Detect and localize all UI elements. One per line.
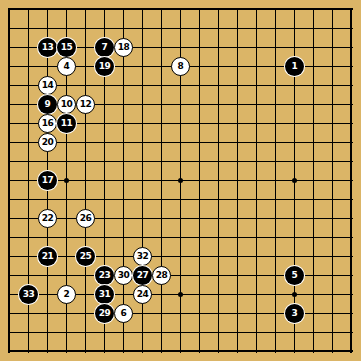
intersection-a12[interactable] [0, 133, 19, 152]
intersection-n16[interactable] [228, 57, 247, 76]
intersection-s9[interactable] [323, 190, 342, 209]
intersection-c16[interactable] [38, 57, 57, 76]
intersection-j8[interactable] [152, 209, 171, 228]
intersection-g7[interactable] [114, 228, 133, 247]
intersection-a5[interactable] [0, 266, 19, 285]
intersection-h14[interactable] [133, 95, 152, 114]
intersection-c3[interactable] [38, 304, 57, 323]
intersection-s17[interactable] [323, 38, 342, 57]
intersection-d8[interactable] [57, 209, 76, 228]
intersection-r15[interactable] [304, 76, 323, 95]
intersection-h6[interactable]: 32 [133, 247, 152, 266]
intersection-k8[interactable] [171, 209, 190, 228]
intersection-e2[interactable] [76, 323, 95, 342]
intersection-b12[interactable] [19, 133, 38, 152]
intersection-m12[interactable] [209, 133, 228, 152]
intersection-e1[interactable] [76, 342, 95, 361]
intersection-r6[interactable] [304, 247, 323, 266]
intersection-s16[interactable] [323, 57, 342, 76]
intersection-d4[interactable]: 2 [57, 285, 76, 304]
intersection-h11[interactable] [133, 152, 152, 171]
intersection-o4[interactable] [247, 285, 266, 304]
intersection-j11[interactable] [152, 152, 171, 171]
intersection-a18[interactable] [0, 19, 19, 38]
intersection-c18[interactable] [38, 19, 57, 38]
intersection-g1[interactable] [114, 342, 133, 361]
intersection-o8[interactable] [247, 209, 266, 228]
intersection-b17[interactable] [19, 38, 38, 57]
intersection-l16[interactable] [190, 57, 209, 76]
intersection-k11[interactable] [171, 152, 190, 171]
intersection-n3[interactable] [228, 304, 247, 323]
intersection-o2[interactable] [247, 323, 266, 342]
intersection-m14[interactable] [209, 95, 228, 114]
intersection-h18[interactable] [133, 19, 152, 38]
intersection-m6[interactable] [209, 247, 228, 266]
intersection-b16[interactable] [19, 57, 38, 76]
intersection-n11[interactable] [228, 152, 247, 171]
intersection-r7[interactable] [304, 228, 323, 247]
intersection-k15[interactable] [171, 76, 190, 95]
intersection-g18[interactable] [114, 19, 133, 38]
intersection-q19[interactable] [285, 0, 304, 19]
intersection-t1[interactable] [342, 342, 361, 361]
intersection-o14[interactable] [247, 95, 266, 114]
intersection-p2[interactable] [266, 323, 285, 342]
intersection-l1[interactable] [190, 342, 209, 361]
intersection-s6[interactable] [323, 247, 342, 266]
intersection-p5[interactable] [266, 266, 285, 285]
intersection-d19[interactable] [57, 0, 76, 19]
intersection-c14[interactable]: 9 [38, 95, 57, 114]
intersection-d13[interactable]: 11 [57, 114, 76, 133]
intersection-c15[interactable]: 14 [38, 76, 57, 95]
intersection-a13[interactable] [0, 114, 19, 133]
intersection-k17[interactable] [171, 38, 190, 57]
intersection-e4[interactable] [76, 285, 95, 304]
intersection-f9[interactable] [95, 190, 114, 209]
intersection-l8[interactable] [190, 209, 209, 228]
intersection-k3[interactable] [171, 304, 190, 323]
intersection-n7[interactable] [228, 228, 247, 247]
intersection-n19[interactable] [228, 0, 247, 19]
intersection-t16[interactable] [342, 57, 361, 76]
intersection-r16[interactable] [304, 57, 323, 76]
intersection-m5[interactable] [209, 266, 228, 285]
intersection-s4[interactable] [323, 285, 342, 304]
intersection-q11[interactable] [285, 152, 304, 171]
intersection-j9[interactable] [152, 190, 171, 209]
intersection-o17[interactable] [247, 38, 266, 57]
intersection-f6[interactable] [95, 247, 114, 266]
intersection-b8[interactable] [19, 209, 38, 228]
intersection-f3[interactable]: 29 [95, 304, 114, 323]
intersection-b15[interactable] [19, 76, 38, 95]
intersection-q3[interactable]: 3 [285, 304, 304, 323]
intersection-g11[interactable] [114, 152, 133, 171]
intersection-j4[interactable] [152, 285, 171, 304]
intersection-a8[interactable] [0, 209, 19, 228]
intersection-g4[interactable] [114, 285, 133, 304]
intersection-a16[interactable] [0, 57, 19, 76]
intersection-j6[interactable] [152, 247, 171, 266]
intersection-o15[interactable] [247, 76, 266, 95]
intersection-q17[interactable] [285, 38, 304, 57]
intersection-p12[interactable] [266, 133, 285, 152]
intersection-t14[interactable] [342, 95, 361, 114]
intersection-r18[interactable] [304, 19, 323, 38]
intersection-q7[interactable] [285, 228, 304, 247]
intersection-a2[interactable] [0, 323, 19, 342]
intersection-c12[interactable]: 20 [38, 133, 57, 152]
intersection-c8[interactable]: 22 [38, 209, 57, 228]
intersection-b14[interactable] [19, 95, 38, 114]
intersection-t12[interactable] [342, 133, 361, 152]
intersection-s5[interactable] [323, 266, 342, 285]
intersection-q4[interactable] [285, 285, 304, 304]
intersection-a6[interactable] [0, 247, 19, 266]
intersection-c4[interactable] [38, 285, 57, 304]
intersection-m2[interactable] [209, 323, 228, 342]
intersection-a15[interactable] [0, 76, 19, 95]
intersection-k9[interactable] [171, 190, 190, 209]
intersection-t15[interactable] [342, 76, 361, 95]
intersection-d9[interactable] [57, 190, 76, 209]
intersection-t5[interactable] [342, 266, 361, 285]
intersection-t9[interactable] [342, 190, 361, 209]
intersection-g3[interactable]: 6 [114, 304, 133, 323]
intersection-t18[interactable] [342, 19, 361, 38]
intersection-t17[interactable] [342, 38, 361, 57]
intersection-s12[interactable] [323, 133, 342, 152]
intersection-j15[interactable] [152, 76, 171, 95]
intersection-f4[interactable]: 31 [95, 285, 114, 304]
intersection-s10[interactable] [323, 171, 342, 190]
intersection-p11[interactable] [266, 152, 285, 171]
intersection-r13[interactable] [304, 114, 323, 133]
intersection-h10[interactable] [133, 171, 152, 190]
intersection-k10[interactable] [171, 171, 190, 190]
intersection-d17[interactable]: 15 [57, 38, 76, 57]
intersection-m19[interactable] [209, 0, 228, 19]
intersection-b19[interactable] [19, 0, 38, 19]
intersection-h12[interactable] [133, 133, 152, 152]
intersection-l4[interactable] [190, 285, 209, 304]
intersection-h5[interactable]: 27 [133, 266, 152, 285]
intersection-p3[interactable] [266, 304, 285, 323]
intersection-l9[interactable] [190, 190, 209, 209]
intersection-c9[interactable] [38, 190, 57, 209]
intersection-a19[interactable] [0, 0, 19, 19]
intersection-e10[interactable] [76, 171, 95, 190]
intersection-e6[interactable]: 25 [76, 247, 95, 266]
intersection-d14[interactable]: 10 [57, 95, 76, 114]
intersection-r10[interactable] [304, 171, 323, 190]
intersection-q5[interactable]: 5 [285, 266, 304, 285]
intersection-b5[interactable] [19, 266, 38, 285]
intersection-n6[interactable] [228, 247, 247, 266]
intersection-f16[interactable]: 19 [95, 57, 114, 76]
intersection-g9[interactable] [114, 190, 133, 209]
intersection-s11[interactable] [323, 152, 342, 171]
intersection-j7[interactable] [152, 228, 171, 247]
intersection-a11[interactable] [0, 152, 19, 171]
intersection-l10[interactable] [190, 171, 209, 190]
intersection-j13[interactable] [152, 114, 171, 133]
intersection-a9[interactable] [0, 190, 19, 209]
intersection-h8[interactable] [133, 209, 152, 228]
intersection-f11[interactable] [95, 152, 114, 171]
intersection-a17[interactable] [0, 38, 19, 57]
intersection-f15[interactable] [95, 76, 114, 95]
intersection-b1[interactable] [19, 342, 38, 361]
intersection-b2[interactable] [19, 323, 38, 342]
intersection-d7[interactable] [57, 228, 76, 247]
intersection-g2[interactable] [114, 323, 133, 342]
intersection-g10[interactable] [114, 171, 133, 190]
intersection-f7[interactable] [95, 228, 114, 247]
intersection-f5[interactable]: 23 [95, 266, 114, 285]
intersection-m8[interactable] [209, 209, 228, 228]
intersection-d1[interactable] [57, 342, 76, 361]
intersection-o11[interactable] [247, 152, 266, 171]
intersection-p10[interactable] [266, 171, 285, 190]
intersection-n15[interactable] [228, 76, 247, 95]
intersection-q8[interactable] [285, 209, 304, 228]
intersection-a3[interactable] [0, 304, 19, 323]
intersection-c5[interactable] [38, 266, 57, 285]
intersection-r12[interactable] [304, 133, 323, 152]
intersection-h13[interactable] [133, 114, 152, 133]
intersection-j19[interactable] [152, 0, 171, 19]
intersection-a14[interactable] [0, 95, 19, 114]
intersection-j2[interactable] [152, 323, 171, 342]
intersection-l6[interactable] [190, 247, 209, 266]
intersection-o7[interactable] [247, 228, 266, 247]
intersection-s18[interactable] [323, 19, 342, 38]
intersection-c19[interactable] [38, 0, 57, 19]
intersection-o3[interactable] [247, 304, 266, 323]
intersection-t4[interactable] [342, 285, 361, 304]
intersection-n17[interactable] [228, 38, 247, 57]
intersection-f19[interactable] [95, 0, 114, 19]
intersection-n10[interactable] [228, 171, 247, 190]
intersection-c6[interactable]: 21 [38, 247, 57, 266]
intersection-f13[interactable] [95, 114, 114, 133]
intersection-h2[interactable] [133, 323, 152, 342]
intersection-d12[interactable] [57, 133, 76, 152]
intersection-l19[interactable] [190, 0, 209, 19]
intersection-t7[interactable] [342, 228, 361, 247]
intersection-g6[interactable] [114, 247, 133, 266]
intersection-e16[interactable] [76, 57, 95, 76]
intersection-e13[interactable] [76, 114, 95, 133]
intersection-l2[interactable] [190, 323, 209, 342]
intersection-h4[interactable]: 24 [133, 285, 152, 304]
intersection-k18[interactable] [171, 19, 190, 38]
intersection-e19[interactable] [76, 0, 95, 19]
intersection-k14[interactable] [171, 95, 190, 114]
intersection-t11[interactable] [342, 152, 361, 171]
intersection-e14[interactable]: 12 [76, 95, 95, 114]
intersection-p9[interactable] [266, 190, 285, 209]
intersection-g8[interactable] [114, 209, 133, 228]
intersection-b9[interactable] [19, 190, 38, 209]
intersection-p19[interactable] [266, 0, 285, 19]
intersection-g5[interactable]: 30 [114, 266, 133, 285]
intersection-f1[interactable] [95, 342, 114, 361]
intersection-l5[interactable] [190, 266, 209, 285]
intersection-p8[interactable] [266, 209, 285, 228]
intersection-k12[interactable] [171, 133, 190, 152]
intersection-k1[interactable] [171, 342, 190, 361]
intersection-j5[interactable]: 28 [152, 266, 171, 285]
intersection-r5[interactable] [304, 266, 323, 285]
intersection-p15[interactable] [266, 76, 285, 95]
intersection-p18[interactable] [266, 19, 285, 38]
intersection-j10[interactable] [152, 171, 171, 190]
intersection-p7[interactable] [266, 228, 285, 247]
intersection-t8[interactable] [342, 209, 361, 228]
intersection-m7[interactable] [209, 228, 228, 247]
intersection-p13[interactable] [266, 114, 285, 133]
intersection-e11[interactable] [76, 152, 95, 171]
intersection-k16[interactable]: 8 [171, 57, 190, 76]
intersection-o1[interactable] [247, 342, 266, 361]
intersection-p6[interactable] [266, 247, 285, 266]
intersection-s13[interactable] [323, 114, 342, 133]
intersection-r2[interactable] [304, 323, 323, 342]
intersection-n1[interactable] [228, 342, 247, 361]
intersection-d11[interactable] [57, 152, 76, 171]
intersection-l3[interactable] [190, 304, 209, 323]
intersection-d2[interactable] [57, 323, 76, 342]
intersection-b18[interactable] [19, 19, 38, 38]
intersection-c7[interactable] [38, 228, 57, 247]
intersection-n13[interactable] [228, 114, 247, 133]
intersection-s19[interactable] [323, 0, 342, 19]
intersection-m17[interactable] [209, 38, 228, 57]
intersection-q6[interactable] [285, 247, 304, 266]
intersection-j1[interactable] [152, 342, 171, 361]
intersection-f17[interactable]: 7 [95, 38, 114, 57]
intersection-h19[interactable] [133, 0, 152, 19]
intersection-k2[interactable] [171, 323, 190, 342]
intersection-g13[interactable] [114, 114, 133, 133]
intersection-h17[interactable] [133, 38, 152, 57]
intersection-n18[interactable] [228, 19, 247, 38]
intersection-r3[interactable] [304, 304, 323, 323]
intersection-g12[interactable] [114, 133, 133, 152]
intersection-h1[interactable] [133, 342, 152, 361]
intersection-k7[interactable] [171, 228, 190, 247]
intersection-s2[interactable] [323, 323, 342, 342]
intersection-n14[interactable] [228, 95, 247, 114]
intersection-j16[interactable] [152, 57, 171, 76]
intersection-p1[interactable] [266, 342, 285, 361]
intersection-l12[interactable] [190, 133, 209, 152]
intersection-c1[interactable] [38, 342, 57, 361]
intersection-b6[interactable] [19, 247, 38, 266]
intersection-o13[interactable] [247, 114, 266, 133]
intersection-e18[interactable] [76, 19, 95, 38]
intersection-r14[interactable] [304, 95, 323, 114]
intersection-h3[interactable] [133, 304, 152, 323]
intersection-l11[interactable] [190, 152, 209, 171]
intersection-b3[interactable] [19, 304, 38, 323]
intersection-q12[interactable] [285, 133, 304, 152]
intersection-m9[interactable] [209, 190, 228, 209]
intersection-e12[interactable] [76, 133, 95, 152]
intersection-c13[interactable]: 16 [38, 114, 57, 133]
intersection-o12[interactable] [247, 133, 266, 152]
intersection-q16[interactable]: 1 [285, 57, 304, 76]
intersection-s3[interactable] [323, 304, 342, 323]
intersection-n5[interactable] [228, 266, 247, 285]
intersection-l14[interactable] [190, 95, 209, 114]
intersection-b11[interactable] [19, 152, 38, 171]
intersection-r9[interactable] [304, 190, 323, 209]
intersection-f2[interactable] [95, 323, 114, 342]
intersection-h7[interactable] [133, 228, 152, 247]
intersection-p14[interactable] [266, 95, 285, 114]
intersection-q10[interactable] [285, 171, 304, 190]
intersection-g14[interactable] [114, 95, 133, 114]
intersection-t19[interactable] [342, 0, 361, 19]
intersection-n4[interactable] [228, 285, 247, 304]
intersection-s14[interactable] [323, 95, 342, 114]
intersection-m1[interactable] [209, 342, 228, 361]
intersection-s8[interactable] [323, 209, 342, 228]
intersection-q1[interactable] [285, 342, 304, 361]
intersection-r1[interactable] [304, 342, 323, 361]
intersection-q15[interactable] [285, 76, 304, 95]
intersection-e17[interactable] [76, 38, 95, 57]
intersection-p4[interactable] [266, 285, 285, 304]
intersection-m10[interactable] [209, 171, 228, 190]
intersection-e15[interactable] [76, 76, 95, 95]
intersection-b13[interactable] [19, 114, 38, 133]
intersection-o9[interactable] [247, 190, 266, 209]
intersection-t3[interactable] [342, 304, 361, 323]
intersection-o19[interactable] [247, 0, 266, 19]
intersection-a10[interactable] [0, 171, 19, 190]
intersection-k5[interactable] [171, 266, 190, 285]
intersection-r11[interactable] [304, 152, 323, 171]
intersection-f18[interactable] [95, 19, 114, 38]
intersection-m15[interactable] [209, 76, 228, 95]
intersection-q13[interactable] [285, 114, 304, 133]
intersection-l18[interactable] [190, 19, 209, 38]
intersection-m3[interactable] [209, 304, 228, 323]
intersection-n8[interactable] [228, 209, 247, 228]
intersection-j18[interactable] [152, 19, 171, 38]
intersection-c10[interactable]: 17 [38, 171, 57, 190]
intersection-e9[interactable] [76, 190, 95, 209]
intersection-l15[interactable] [190, 76, 209, 95]
intersection-e7[interactable] [76, 228, 95, 247]
intersection-f10[interactable] [95, 171, 114, 190]
intersection-o5[interactable] [247, 266, 266, 285]
intersection-m16[interactable] [209, 57, 228, 76]
intersection-b10[interactable] [19, 171, 38, 190]
intersection-k19[interactable] [171, 0, 190, 19]
intersection-p16[interactable] [266, 57, 285, 76]
intersection-r19[interactable] [304, 0, 323, 19]
intersection-c17[interactable]: 13 [38, 38, 57, 57]
intersection-b4[interactable]: 33 [19, 285, 38, 304]
intersection-a4[interactable] [0, 285, 19, 304]
